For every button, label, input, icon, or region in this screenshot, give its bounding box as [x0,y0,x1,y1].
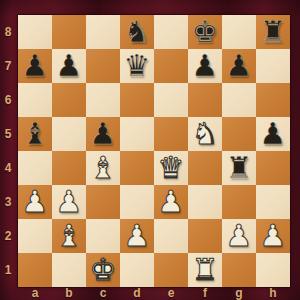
black-pawn-icon[interactable]: ♟ [52,49,86,83]
square-h3[interactable] [256,185,290,219]
square-d8[interactable]: ♞ [120,15,154,49]
square-c6[interactable] [86,83,120,117]
file-label-a: a [18,286,52,300]
white-pawn-icon[interactable]: ♟ [52,185,86,219]
square-a6[interactable] [18,83,52,117]
square-a5[interactable]: ♝ [18,117,52,151]
white-pawn-icon[interactable]: ♟ [256,219,290,253]
square-b4[interactable] [52,151,86,185]
black-pawn-icon[interactable]: ♟ [188,49,222,83]
square-f2[interactable] [188,219,222,253]
file-label-c: c [86,286,120,300]
square-e3[interactable]: ♟ [154,185,188,219]
rank-label-5: 5 [0,117,16,151]
square-g8[interactable] [222,15,256,49]
white-knight-icon[interactable]: ♞ [188,117,222,151]
square-h5[interactable]: ♟ [256,117,290,151]
square-c8[interactable] [86,15,120,49]
square-f1[interactable]: ♜ [188,253,222,287]
file-label-g: g [222,286,256,300]
square-d1[interactable] [120,253,154,287]
square-d2[interactable]: ♟ [120,219,154,253]
black-pawn-icon[interactable]: ♟ [256,117,290,151]
rank-labels: 87654321 [0,15,18,287]
rank-label-6: 6 [0,83,16,117]
file-label-h: h [256,286,290,300]
file-labels: abcdefgh [18,286,290,300]
square-f7[interactable]: ♟ [188,49,222,83]
square-h1[interactable] [256,253,290,287]
black-pawn-icon[interactable]: ♟ [222,49,256,83]
square-g3[interactable] [222,185,256,219]
white-pawn-icon[interactable]: ♟ [18,185,52,219]
square-b2[interactable]: ♝ [52,219,86,253]
square-f3[interactable] [188,185,222,219]
square-f5[interactable]: ♞ [188,117,222,151]
square-h6[interactable] [256,83,290,117]
square-c4[interactable]: ♝ [86,151,120,185]
white-pawn-icon[interactable]: ♟ [222,219,256,253]
square-h8[interactable]: ♜ [256,15,290,49]
square-d4[interactable] [120,151,154,185]
rank-label-7: 7 [0,49,16,83]
square-b1[interactable] [52,253,86,287]
square-c2[interactable] [86,219,120,253]
rank-label-1: 1 [0,253,16,287]
square-h2[interactable]: ♟ [256,219,290,253]
rank-label-8: 8 [0,15,16,49]
square-g2[interactable]: ♟ [222,219,256,253]
square-e2[interactable] [154,219,188,253]
black-rook-icon[interactable]: ♜ [256,15,290,49]
white-king-icon[interactable]: ♚ [86,253,120,287]
white-queen-icon[interactable]: ♛ [154,151,188,185]
square-d6[interactable] [120,83,154,117]
square-e8[interactable] [154,15,188,49]
black-knight-icon[interactable]: ♞ [120,15,154,49]
white-bishop-icon[interactable]: ♝ [86,151,120,185]
white-rook-icon[interactable]: ♜ [188,253,222,287]
square-g1[interactable] [222,253,256,287]
rank-label-2: 2 [0,219,16,253]
square-a3[interactable]: ♟ [18,185,52,219]
file-label-f: f [188,286,222,300]
file-label-d: d [120,286,154,300]
square-c7[interactable] [86,49,120,83]
square-e1[interactable] [154,253,188,287]
square-b7[interactable]: ♟ [52,49,86,83]
square-e7[interactable] [154,49,188,83]
rank-label-4: 4 [0,151,16,185]
square-e5[interactable] [154,117,188,151]
square-c5[interactable]: ♟ [86,117,120,151]
black-pawn-icon[interactable]: ♟ [86,117,120,151]
square-a2[interactable] [18,219,52,253]
chess-board: ♞♚♜♟♟♛♟♟♝♟♞♟♝♛♜♟♟♟♝♟♟♟♚♜ [18,15,290,287]
black-rook-icon[interactable]: ♜ [222,151,256,185]
square-h4[interactable] [256,151,290,185]
square-g4[interactable]: ♜ [222,151,256,185]
black-queen-icon[interactable]: ♛ [120,49,154,83]
square-a4[interactable] [18,151,52,185]
square-b6[interactable] [52,83,86,117]
white-pawn-icon[interactable]: ♟ [120,219,154,253]
square-a7[interactable]: ♟ [18,49,52,83]
white-bishop-icon[interactable]: ♝ [52,219,86,253]
square-f8[interactable]: ♚ [188,15,222,49]
square-d5[interactable] [120,117,154,151]
square-g7[interactable]: ♟ [222,49,256,83]
square-a8[interactable] [18,15,52,49]
square-f4[interactable] [188,151,222,185]
square-g5[interactable] [222,117,256,151]
black-king-icon[interactable]: ♚ [188,15,222,49]
square-a1[interactable] [18,253,52,287]
square-b3[interactable]: ♟ [52,185,86,219]
square-b8[interactable] [52,15,86,49]
square-c3[interactable] [86,185,120,219]
square-h7[interactable] [256,49,290,83]
file-label-b: b [52,286,86,300]
square-g6[interactable] [222,83,256,117]
black-bishop-icon[interactable]: ♝ [18,117,52,151]
rank-label-3: 3 [0,185,16,219]
square-d7[interactable]: ♛ [120,49,154,83]
square-e4[interactable]: ♛ [154,151,188,185]
black-pawn-icon[interactable]: ♟ [18,49,52,83]
white-pawn-icon[interactable]: ♟ [154,185,188,219]
square-f6[interactable] [188,83,222,117]
square-d3[interactable] [120,185,154,219]
file-label-e: e [154,286,188,300]
square-b5[interactable] [52,117,86,151]
board-frame: 87654321 ♞♚♜♟♟♛♟♟♝♟♞♟♝♛♜♟♟♟♝♟♟♟♚♜ abcdef… [0,0,300,300]
square-e6[interactable] [154,83,188,117]
square-c1[interactable]: ♚ [86,253,120,287]
